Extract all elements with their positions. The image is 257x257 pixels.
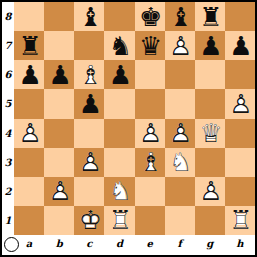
piece-black-bishop-icon[interactable]: ♝ [79, 4, 102, 30]
square-d7[interactable]: ♞ [104, 31, 134, 60]
square-h6[interactable] [225, 60, 255, 89]
square-a4[interactable]: ♟♙ [14, 119, 44, 148]
piece-white-pawn-icon[interactable]: ♟♙ [229, 91, 252, 117]
piece-white-rook-icon[interactable]: ♜♖ [109, 207, 132, 233]
square-b4[interactable] [44, 119, 74, 148]
piece-white-pawn-icon[interactable]: ♟♙ [169, 33, 192, 59]
piece-black-bishop-icon[interactable]: ♝ [169, 4, 192, 30]
square-d3[interactable] [104, 148, 134, 177]
square-d6[interactable]: ♟ [104, 60, 134, 89]
piece-white-queen-icon[interactable]: ♛♕ [199, 120, 222, 146]
piece-black-pawn-icon[interactable]: ♟ [109, 62, 132, 88]
file-label-f: f [165, 235, 195, 255]
file-label-h: h [225, 235, 255, 255]
square-c7[interactable] [74, 31, 104, 60]
square-d1[interactable]: ♜♖ [104, 206, 134, 235]
square-c3[interactable]: ♟♙ [74, 148, 104, 177]
piece-black-pawn-icon[interactable]: ♟ [49, 62, 72, 88]
square-e2[interactable] [135, 177, 165, 206]
square-e7[interactable]: ♛ [135, 31, 165, 60]
piece-black-king-icon[interactable]: ♚ [139, 4, 162, 30]
rank-label-5: 5 [2, 89, 14, 118]
square-h2[interactable] [225, 177, 255, 206]
square-f5[interactable] [165, 89, 195, 118]
square-a8[interactable] [14, 2, 44, 31]
piece-black-pawn-icon[interactable]: ♟ [18, 62, 41, 88]
piece-white-king-icon[interactable]: ♚♔ [79, 207, 102, 233]
square-f3[interactable]: ♞♘ [165, 148, 195, 177]
square-a7[interactable]: ♜ [14, 31, 44, 60]
rank-label-8: 8 [2, 2, 14, 31]
square-f2[interactable] [165, 177, 195, 206]
square-e6[interactable] [135, 60, 165, 89]
square-f8[interactable]: ♝ [165, 2, 195, 31]
square-b1[interactable] [44, 206, 74, 235]
piece-white-knight-icon[interactable]: ♞♘ [109, 178, 132, 204]
square-g4[interactable]: ♛♕ [195, 119, 225, 148]
square-c5[interactable]: ♟ [74, 89, 104, 118]
square-d2[interactable]: ♞♘ [104, 177, 134, 206]
square-a3[interactable] [14, 148, 44, 177]
piece-white-rook-icon[interactable]: ♜♖ [229, 207, 252, 233]
square-h4[interactable] [225, 119, 255, 148]
square-c2[interactable] [74, 177, 104, 206]
square-f1[interactable] [165, 206, 195, 235]
square-h5[interactable]: ♟♙ [225, 89, 255, 118]
square-e8[interactable]: ♚ [135, 2, 165, 31]
square-b3[interactable] [44, 148, 74, 177]
rank-label-2: 2 [2, 177, 14, 206]
square-g5[interactable] [195, 89, 225, 118]
piece-white-bishop-icon[interactable]: ♝♗ [79, 62, 102, 88]
square-b6[interactable]: ♟ [44, 60, 74, 89]
square-g6[interactable] [195, 60, 225, 89]
piece-white-pawn-icon[interactable]: ♟♙ [18, 120, 41, 146]
piece-black-knight-icon[interactable]: ♞ [109, 33, 132, 59]
square-g7[interactable]: ♟ [195, 31, 225, 60]
square-g1[interactable] [195, 206, 225, 235]
rank-label-6: 6 [2, 60, 14, 89]
square-b8[interactable] [44, 2, 74, 31]
rank-label-4: 4 [2, 119, 14, 148]
square-c4[interactable] [74, 119, 104, 148]
chess-board-widget: 8 7 6 5 4 3 2 1 ♝♚♝♜♜♞♛♟♙♟♟♟♟♝♗♟♟♟♙♟♙♟♙♟… [0, 0, 257, 257]
piece-black-pawn-icon[interactable]: ♟ [79, 91, 102, 117]
piece-black-pawn-icon[interactable]: ♟ [199, 33, 222, 59]
file-label-b: b [44, 235, 74, 255]
square-f4[interactable]: ♟♙ [165, 119, 195, 148]
file-label-g: g [195, 235, 225, 255]
square-c1[interactable]: ♚♔ [74, 206, 104, 235]
square-e3[interactable]: ♝♗ [135, 148, 165, 177]
file-label-e: e [135, 235, 165, 255]
square-b2[interactable]: ♟♙ [44, 177, 74, 206]
square-e4[interactable]: ♟♙ [135, 119, 165, 148]
square-e5[interactable] [135, 89, 165, 118]
square-a6[interactable]: ♟ [14, 60, 44, 89]
square-e1[interactable] [135, 206, 165, 235]
piece-black-pawn-icon[interactable]: ♟ [229, 33, 252, 59]
file-label-c: c [74, 235, 104, 255]
file-labels: a b c d e f g h [14, 235, 255, 255]
piece-white-pawn-icon[interactable]: ♟♙ [199, 178, 222, 204]
square-g8[interactable]: ♜ [195, 2, 225, 31]
square-a5[interactable] [14, 89, 44, 118]
piece-white-pawn-icon[interactable]: ♟♙ [79, 149, 102, 175]
square-c8[interactable]: ♝ [74, 2, 104, 31]
square-g3[interactable] [195, 148, 225, 177]
rank-label-7: 7 [2, 31, 14, 60]
square-g2[interactable]: ♟♙ [195, 177, 225, 206]
square-b5[interactable] [44, 89, 74, 118]
rank-labels: 8 7 6 5 4 3 2 1 [2, 2, 14, 235]
square-a1[interactable] [14, 206, 44, 235]
piece-black-rook-icon[interactable]: ♜ [18, 33, 41, 59]
file-label-d: d [104, 235, 134, 255]
piece-white-bishop-icon[interactable]: ♝♗ [139, 149, 162, 175]
chess-board[interactable]: ♝♚♝♜♜♞♛♟♙♟♟♟♟♝♗♟♟♟♙♟♙♟♙♟♙♛♕♟♙♝♗♞♘♟♙♞♘♟♙♚… [14, 2, 255, 235]
square-f7[interactable]: ♟♙ [165, 31, 195, 60]
square-d8[interactable] [104, 2, 134, 31]
square-b7[interactable] [44, 31, 74, 60]
piece-white-pawn-icon[interactable]: ♟♙ [169, 120, 192, 146]
piece-black-queen-icon[interactable]: ♛ [139, 33, 162, 59]
square-d4[interactable] [104, 119, 134, 148]
piece-white-knight-icon[interactable]: ♞♘ [169, 149, 192, 175]
white-to-move-indicator-icon [4, 237, 19, 252]
square-h1[interactable]: ♜♖ [225, 206, 255, 235]
piece-white-pawn-icon[interactable]: ♟♙ [49, 178, 72, 204]
square-d5[interactable] [104, 89, 134, 118]
rank-label-3: 3 [2, 148, 14, 177]
square-f6[interactable] [165, 60, 195, 89]
piece-white-pawn-icon[interactable]: ♟♙ [139, 120, 162, 146]
square-h3[interactable] [225, 148, 255, 177]
square-h8[interactable] [225, 2, 255, 31]
square-h7[interactable]: ♟ [225, 31, 255, 60]
rank-label-1: 1 [2, 206, 14, 235]
square-a2[interactable] [14, 177, 44, 206]
square-c6[interactable]: ♝♗ [74, 60, 104, 89]
piece-black-rook-icon[interactable]: ♜ [199, 4, 222, 30]
